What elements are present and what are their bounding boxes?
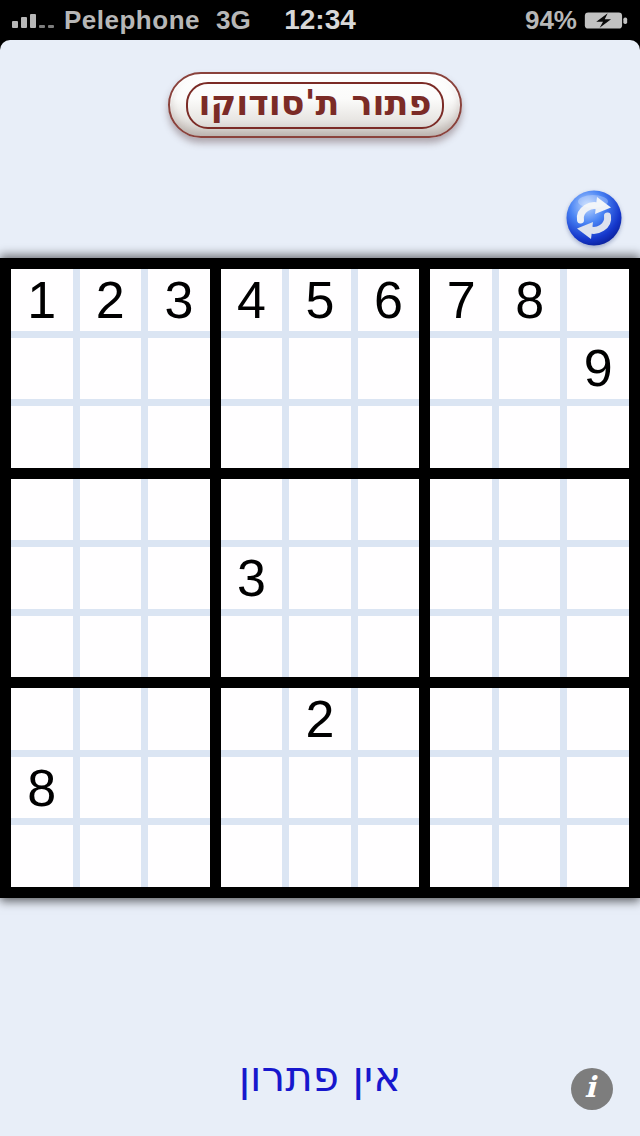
iphone-screen: Pelephone 3G 12:34 94% פתור ת'סודוקו <box>0 0 640 1136</box>
sudoku-cell-r2c8[interactable] <box>499 338 561 400</box>
sudoku-box-6 <box>430 479 629 678</box>
sudoku-cell-r8c5[interactable] <box>289 757 351 819</box>
sudoku-cell-r5c7[interactable] <box>430 547 492 609</box>
sudoku-cell-r1c9[interactable] <box>567 269 629 331</box>
sudoku-cell-r9c7[interactable] <box>430 825 492 887</box>
info-icon: i <box>584 1070 595 1104</box>
sudoku-box-3: 789 <box>430 269 629 468</box>
sudoku-box-1: 123 <box>11 269 210 468</box>
solve-sudoku-button[interactable]: פתור ת'סודוקו <box>168 72 462 138</box>
sudoku-cell-r5c6[interactable] <box>358 547 420 609</box>
sudoku-cell-r2c6[interactable] <box>358 338 420 400</box>
sudoku-cell-r7c9[interactable] <box>567 688 629 750</box>
sudoku-cell-r8c4[interactable] <box>221 757 283 819</box>
sudoku-cell-r3c7[interactable] <box>430 406 492 468</box>
sudoku-cell-r4c4[interactable] <box>221 479 283 541</box>
sudoku-cell-r3c4[interactable] <box>221 406 283 468</box>
sudoku-box-7: 8 <box>11 688 210 887</box>
sudoku-cell-r4c3[interactable] <box>148 479 210 541</box>
sudoku-cell-r5c1[interactable] <box>11 547 73 609</box>
sudoku-cell-r1c1[interactable]: 1 <box>11 269 73 331</box>
sudoku-cell-r9c6[interactable] <box>358 825 420 887</box>
sudoku-cell-r2c4[interactable] <box>221 338 283 400</box>
sudoku-cell-r3c6[interactable] <box>358 406 420 468</box>
battery-charging-icon <box>584 10 628 31</box>
sudoku-cell-r9c5[interactable] <box>289 825 351 887</box>
solver-result-text: אין פתרון <box>0 1052 640 1101</box>
sudoku-cell-r9c8[interactable] <box>499 825 561 887</box>
sudoku-cell-r2c5[interactable] <box>289 338 351 400</box>
sudoku-cell-r9c2[interactable] <box>80 825 142 887</box>
sudoku-cell-r7c4[interactable] <box>221 688 283 750</box>
sudoku-cell-r3c8[interactable] <box>499 406 561 468</box>
sudoku-cell-r9c3[interactable] <box>148 825 210 887</box>
sudoku-cell-r1c3[interactable]: 3 <box>148 269 210 331</box>
sudoku-cell-r7c8[interactable] <box>499 688 561 750</box>
sudoku-cell-r6c7[interactable] <box>430 616 492 678</box>
sudoku-cell-r1c6[interactable]: 6 <box>358 269 420 331</box>
sudoku-cell-r4c5[interactable] <box>289 479 351 541</box>
sudoku-cell-r5c2[interactable] <box>80 547 142 609</box>
sudoku-cell-r4c6[interactable] <box>358 479 420 541</box>
sudoku-cell-r8c2[interactable] <box>80 757 142 819</box>
sudoku-cell-r4c7[interactable] <box>430 479 492 541</box>
info-button[interactable]: i <box>571 1068 613 1110</box>
sudoku-cell-r6c4[interactable] <box>221 616 283 678</box>
sudoku-cell-r8c3[interactable] <box>148 757 210 819</box>
sudoku-box-9 <box>430 688 629 887</box>
refresh-button[interactable] <box>564 188 624 248</box>
sudoku-cell-r7c1[interactable] <box>11 688 73 750</box>
sudoku-cell-r8c6[interactable] <box>358 757 420 819</box>
sudoku-cell-r5c8[interactable] <box>499 547 561 609</box>
refresh-globe-icon <box>564 188 624 248</box>
sudoku-cell-r9c9[interactable] <box>567 825 629 887</box>
sudoku-cell-r2c1[interactable] <box>11 338 73 400</box>
sudoku-cell-r6c8[interactable] <box>499 616 561 678</box>
sudoku-cell-r7c5[interactable]: 2 <box>289 688 351 750</box>
sudoku-cell-r7c3[interactable] <box>148 688 210 750</box>
sudoku-cell-r2c2[interactable] <box>80 338 142 400</box>
sudoku-cell-r6c9[interactable] <box>567 616 629 678</box>
sudoku-cell-r6c5[interactable] <box>289 616 351 678</box>
sudoku-box-2: 456 <box>221 269 420 468</box>
status-bar: Pelephone 3G 12:34 94% <box>0 0 640 40</box>
app-view: פתור ת'סודוקו 12345 <box>0 40 640 1136</box>
sudoku-cell-r3c3[interactable] <box>148 406 210 468</box>
sudoku-cell-r8c9[interactable] <box>567 757 629 819</box>
sudoku-cell-r5c5[interactable] <box>289 547 351 609</box>
sudoku-cell-r7c2[interactable] <box>80 688 142 750</box>
sudoku-cell-r4c9[interactable] <box>567 479 629 541</box>
sudoku-cell-r4c2[interactable] <box>80 479 142 541</box>
sudoku-cell-r3c9[interactable] <box>567 406 629 468</box>
sudoku-grid: 123456789382 <box>0 258 640 898</box>
sudoku-cell-r5c9[interactable] <box>567 547 629 609</box>
sudoku-cell-r9c1[interactable] <box>11 825 73 887</box>
sudoku-cell-r3c5[interactable] <box>289 406 351 468</box>
sudoku-cell-r3c2[interactable] <box>80 406 142 468</box>
sudoku-cell-r1c2[interactable]: 2 <box>80 269 142 331</box>
sudoku-cell-r5c4[interactable]: 3 <box>221 547 283 609</box>
sudoku-cell-r9c4[interactable] <box>221 825 283 887</box>
sudoku-box-5: 3 <box>221 479 420 678</box>
sudoku-cell-r4c8[interactable] <box>499 479 561 541</box>
sudoku-cell-r6c2[interactable] <box>80 616 142 678</box>
sudoku-cell-r1c7[interactable]: 7 <box>430 269 492 331</box>
status-bar-right: 94% <box>525 5 640 36</box>
sudoku-cell-r8c8[interactable] <box>499 757 561 819</box>
sudoku-cell-r2c7[interactable] <box>430 338 492 400</box>
sudoku-cell-r1c4[interactable]: 4 <box>221 269 283 331</box>
sudoku-cell-r6c3[interactable] <box>148 616 210 678</box>
sudoku-cell-r8c1[interactable]: 8 <box>11 757 73 819</box>
solve-sudoku-button-label: פתור ת'סודוקו <box>186 82 443 129</box>
sudoku-cell-r7c7[interactable] <box>430 688 492 750</box>
battery-percent-label: 94% <box>525 5 577 36</box>
sudoku-cell-r6c1[interactable] <box>11 616 73 678</box>
sudoku-cell-r6c6[interactable] <box>358 616 420 678</box>
sudoku-cell-r2c3[interactable] <box>148 338 210 400</box>
sudoku-cell-r3c1[interactable] <box>11 406 73 468</box>
sudoku-box-4 <box>11 479 210 678</box>
sudoku-cell-r2c9[interactable]: 9 <box>567 338 629 400</box>
sudoku-cell-r4c1[interactable] <box>11 479 73 541</box>
sudoku-box-8: 2 <box>221 688 420 887</box>
sudoku-cell-r1c5[interactable]: 5 <box>289 269 351 331</box>
sudoku-cell-r8c7[interactable] <box>430 757 492 819</box>
sudoku-cell-r1c8[interactable]: 8 <box>499 269 561 331</box>
sudoku-cell-r7c6[interactable] <box>358 688 420 750</box>
sudoku-cell-r5c3[interactable] <box>148 547 210 609</box>
